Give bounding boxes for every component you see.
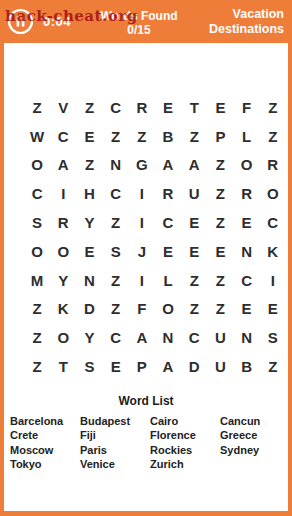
grid-cell-r10c2[interactable]: T xyxy=(50,352,76,381)
word-list-item: Paris xyxy=(80,443,150,458)
grid-cell-r1c8[interactable]: E xyxy=(207,93,233,122)
topbar-left: 0:04 xyxy=(0,8,84,35)
word-list-item: Zurich xyxy=(150,457,220,472)
grid-cell-r9c4[interactable]: C xyxy=(103,323,129,352)
grid-cell-r8c5[interactable]: F xyxy=(129,295,155,324)
grid-cell-r7c3[interactable]: N xyxy=(76,266,102,295)
grid-cell-r3c4[interactable]: N xyxy=(103,151,129,180)
words-found-label: Words Found xyxy=(84,9,194,23)
grid-cell-r2c4[interactable]: Z xyxy=(103,122,129,151)
word-list-item: Tokyo xyxy=(10,457,80,472)
grid-cell-r1c4[interactable]: C xyxy=(103,93,129,122)
word-search-app: 0:04 Words Found 0/15 Vacation Destinati… xyxy=(0,0,292,516)
grid-cell-r3c9[interactable]: O xyxy=(234,151,260,180)
word-list-item: Sydney xyxy=(220,443,288,458)
grid-cell-r9c2[interactable]: O xyxy=(50,323,76,352)
grid-cell-r8c10[interactable]: E xyxy=(260,295,286,324)
grid-cell-r1c7[interactable]: T xyxy=(181,93,207,122)
grid-cell-r6c4[interactable]: S xyxy=(103,237,129,266)
word-list-item: Crete xyxy=(10,428,80,443)
grid-cell-r6c1[interactable]: O xyxy=(24,237,50,266)
grid-cell-r9c8[interactable]: U xyxy=(207,323,233,352)
grid-cell-r3c1[interactable]: O xyxy=(24,151,50,180)
grid-cell-r5c4[interactable]: Z xyxy=(103,208,129,237)
grid-cell-r6c2[interactable]: O xyxy=(50,237,76,266)
pause-icon xyxy=(7,8,34,35)
grid-cell-r8c7[interactable]: Z xyxy=(181,295,207,324)
word-list: Word List BarcelonaCreteMoscowTokyoBudap… xyxy=(4,394,288,472)
words-found-counter: Words Found 0/15 xyxy=(84,7,194,37)
grid-cell-r3c6[interactable]: A xyxy=(155,151,181,180)
grid-cell-r3c10[interactable]: R xyxy=(260,151,286,180)
grid-cell-r4c9[interactable]: R xyxy=(234,179,260,208)
grid-cell-r6c7[interactable]: E xyxy=(181,237,207,266)
grid-cell-r10c9[interactable]: B xyxy=(234,352,260,381)
puzzle-title: Vacation Destinations xyxy=(194,7,292,37)
grid-cell-r2c2[interactable]: C xyxy=(50,122,76,151)
word-list-item: Rockies xyxy=(150,443,220,458)
top-bar: 0:04 Words Found 0/15 Vacation Destinati… xyxy=(0,0,292,43)
grid-cell-r7c4[interactable]: Z xyxy=(103,266,129,295)
pause-button[interactable] xyxy=(7,8,34,35)
grid-cell-r5c9[interactable]: E xyxy=(234,208,260,237)
timer: 0:04 xyxy=(43,14,71,29)
grid-cell-r1c2[interactable]: V xyxy=(50,93,76,122)
grid-cell-r5c10[interactable]: C xyxy=(260,208,286,237)
grid-cell-r2c8[interactable]: P xyxy=(207,122,233,151)
grid-cell-r5c6[interactable]: C xyxy=(155,208,181,237)
word-list-item: Barcelona xyxy=(10,414,80,429)
word-list-item: Venice xyxy=(80,457,150,472)
grid-cell-r2c10[interactable]: Z xyxy=(260,122,286,151)
grid-cell-r10c1[interactable]: Z xyxy=(24,352,50,381)
grid-cell-r5c3[interactable]: Y xyxy=(76,208,102,237)
grid-cell-r3c3[interactable]: Z xyxy=(76,151,102,180)
word-list-title: Word List xyxy=(4,394,288,408)
grid-cell-r9c3[interactable]: Y xyxy=(76,323,102,352)
grid-cell-r1c3[interactable]: Z xyxy=(76,93,102,122)
word-list-column: CairoFlorenceRockiesZurich xyxy=(150,414,220,472)
word-list-column: BarcelonaCreteMoscowTokyo xyxy=(10,414,80,472)
grid-cell-r3c7[interactable]: A xyxy=(181,151,207,180)
word-list-item: Florence xyxy=(150,428,220,443)
grid-cell-r9c10[interactable]: S xyxy=(260,323,286,352)
grid-cell-r10c3[interactable]: S xyxy=(76,352,102,381)
grid-cell-r4c8[interactable]: Z xyxy=(207,179,233,208)
letter-grid: ZVZCRETEFZWCEZZBZPLZOAZNGAAZORCIHCIRUZRO… xyxy=(24,93,286,381)
grid-cell-r5c8[interactable]: Z xyxy=(207,208,233,237)
grid-cell-r2c7[interactable]: Z xyxy=(181,122,207,151)
grid-cell-r4c7[interactable]: U xyxy=(181,179,207,208)
grid-cell-r8c2[interactable]: K xyxy=(50,295,76,324)
grid-cell-r10c7[interactable]: D xyxy=(181,352,207,381)
grid-cell-r4c3[interactable]: H xyxy=(76,179,102,208)
grid-cell-r6c6[interactable]: E xyxy=(155,237,181,266)
grid-cell-r7c5[interactable]: I xyxy=(129,266,155,295)
grid-cell-r7c6[interactable]: L xyxy=(155,266,181,295)
puzzle-area: ZVZCRETEFZWCEZZBZPLZOAZNGAAZORCIHCIRUZRO… xyxy=(4,43,288,511)
grid-cell-r1c9[interactable]: F xyxy=(234,93,260,122)
grid-cell-r3c2[interactable]: A xyxy=(50,151,76,180)
word-list-column: BudapestFijiParisVenice xyxy=(80,414,150,472)
grid-cell-r8c1[interactable]: Z xyxy=(24,295,50,324)
grid-cell-r7c9[interactable]: C xyxy=(234,266,260,295)
grid-cell-r8c9[interactable]: E xyxy=(234,295,260,324)
grid-cell-r2c5[interactable]: Z xyxy=(129,122,155,151)
grid-cell-r2c3[interactable]: E xyxy=(76,122,102,151)
grid-cell-r7c2[interactable]: Y xyxy=(50,266,76,295)
grid-cell-r1c10[interactable]: Z xyxy=(260,93,286,122)
grid-cell-r4c1[interactable]: C xyxy=(24,179,50,208)
grid-cell-r2c1[interactable]: W xyxy=(24,122,50,151)
grid-cell-r1c6[interactable]: E xyxy=(155,93,181,122)
puzzle-title-line1: Vacation xyxy=(194,7,284,22)
grid-cell-r9c1[interactable]: Z xyxy=(24,323,50,352)
word-list-item: Moscow xyxy=(10,443,80,458)
grid-cell-r5c2[interactable]: R xyxy=(50,208,76,237)
grid-cell-r2c9[interactable]: L xyxy=(234,122,260,151)
grid-cell-r2c6[interactable]: B xyxy=(155,122,181,151)
grid-cell-r6c3[interactable]: E xyxy=(76,237,102,266)
grid-cell-r5c7[interactable]: E xyxy=(181,208,207,237)
word-list-item: Budapest xyxy=(80,414,150,429)
word-list-columns: BarcelonaCreteMoscowTokyoBudapestFijiPar… xyxy=(4,414,288,472)
grid-cell-r7c10[interactable]: I xyxy=(260,266,286,295)
grid-cell-r9c9[interactable]: N xyxy=(234,323,260,352)
grid-cell-r7c1[interactable]: M xyxy=(24,266,50,295)
grid-cell-r8c3[interactable]: D xyxy=(76,295,102,324)
puzzle-title-line2: Destinations xyxy=(194,22,284,37)
word-list-item: Cairo xyxy=(150,414,220,429)
grid-cell-r3c5[interactable]: G xyxy=(129,151,155,180)
grid-cell-r5c5[interactable]: I xyxy=(129,208,155,237)
grid-cell-r4c2[interactable]: I xyxy=(50,179,76,208)
grid-cell-r6c9[interactable]: N xyxy=(234,237,260,266)
grid-cell-r10c4[interactable]: E xyxy=(103,352,129,381)
word-list-item: Greece xyxy=(220,428,288,443)
grid-cell-r6c5[interactable]: J xyxy=(129,237,155,266)
grid-cell-r10c10[interactable]: Z xyxy=(260,352,286,381)
grid-cell-r3c8[interactable]: Z xyxy=(207,151,233,180)
grid-cell-r9c6[interactable]: N xyxy=(155,323,181,352)
words-found-count: 0/15 xyxy=(84,23,194,37)
grid-cell-r10c8[interactable]: U xyxy=(207,352,233,381)
grid-cell-r7c8[interactable]: Z xyxy=(207,266,233,295)
grid-cell-r10c5[interactable]: P xyxy=(129,352,155,381)
grid-cell-r1c1[interactable]: Z xyxy=(24,93,50,122)
word-list-item: Cancun xyxy=(220,414,288,429)
grid-cell-r7c7[interactable]: Z xyxy=(181,266,207,295)
grid-cell-r10c6[interactable]: A xyxy=(155,352,181,381)
grid-cell-r4c6[interactable]: R xyxy=(155,179,181,208)
word-list-column: CancunGreeceSydney xyxy=(220,414,288,472)
word-list-item: Fiji xyxy=(80,428,150,443)
grid-cell-r9c7[interactable]: C xyxy=(181,323,207,352)
grid-cell-r5c1[interactable]: S xyxy=(24,208,50,237)
grid-cell-r6c8[interactable]: E xyxy=(207,237,233,266)
grid-cell-r4c4[interactable]: C xyxy=(103,179,129,208)
grid-cell-r9c5[interactable]: A xyxy=(129,323,155,352)
grid-cell-r4c10[interactable]: O xyxy=(260,179,286,208)
grid-cell-r6c10[interactable]: K xyxy=(260,237,286,266)
grid-cell-r1c5[interactable]: R xyxy=(129,93,155,122)
grid-cell-r8c4[interactable]: Z xyxy=(103,295,129,324)
grid-cell-r8c8[interactable]: Z xyxy=(207,295,233,324)
grid-cell-r4c5[interactable]: I xyxy=(129,179,155,208)
grid-cell-r8c6[interactable]: O xyxy=(155,295,181,324)
